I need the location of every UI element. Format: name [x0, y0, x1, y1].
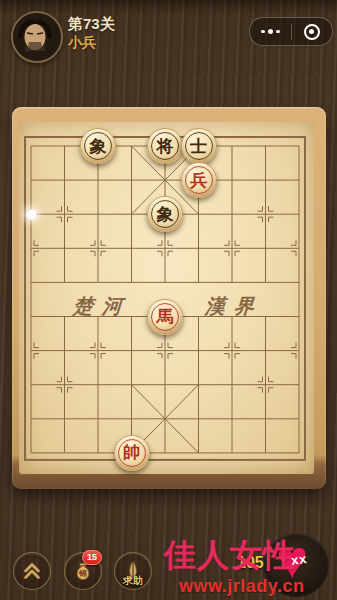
piece-black-将[interactable]: 将 [147, 128, 183, 164]
piece-black-士[interactable]: 士 [181, 128, 217, 164]
wechat-capsule [249, 17, 333, 46]
last-move-marker [26, 209, 37, 220]
piece-black-象[interactable]: 象 [147, 196, 183, 232]
more-button[interactable] [250, 18, 291, 45]
app-screen: 第73关 小兵 楚河 漢界 象将士兵象馬帥 锦 15 [0, 0, 337, 600]
player-name: 小兵 [68, 34, 96, 52]
obscured-button[interactable] [263, 533, 329, 597]
level-title: 第73关 [68, 15, 115, 34]
bag-count-badge: 15 [82, 550, 102, 565]
piece-black-象[interactable]: 象 [80, 128, 116, 164]
avatar-face-icon [13, 13, 57, 57]
help-button-label: 求助 [110, 574, 156, 588]
exit-button[interactable] [292, 18, 333, 45]
piece-red-帥[interactable]: 帥 [114, 435, 150, 471]
bag-char-label: 锦 [79, 567, 87, 578]
piece-red-馬[interactable]: 馬 [147, 299, 183, 335]
obscured-gold-text: 105 [237, 554, 264, 572]
record-circle-icon [304, 24, 320, 40]
collapse-toolbar-button[interactable] [13, 552, 51, 590]
player-avatar[interactable] [11, 11, 63, 63]
more-dots-icon [261, 29, 280, 35]
piece-layer: 象将士兵象馬帥 [31, 146, 299, 453]
chevron-up-icon [21, 560, 43, 582]
piece-red-兵[interactable]: 兵 [181, 162, 217, 198]
